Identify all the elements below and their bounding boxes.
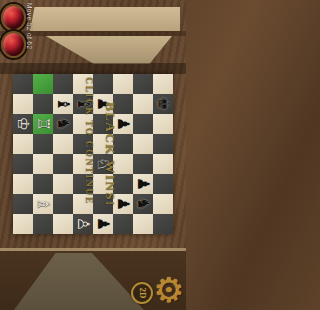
square[interactable] [33,94,53,114]
square[interactable] [133,154,153,174]
square[interactable] [133,94,153,114]
square[interactable] [33,154,53,174]
square[interactable] [13,214,33,234]
gear-icon[interactable]: ⚙ [154,272,184,308]
square[interactable] [53,174,73,194]
square[interactable] [13,194,33,214]
square[interactable]: ♖ [33,114,53,134]
view-2d-label: 2D [137,288,147,299]
square[interactable]: ♙ [73,214,93,234]
square[interactable] [33,174,53,194]
white-pawn: ♙ [73,217,93,231]
square[interactable]: ♟ [93,214,113,234]
overlay-result-label: BLACK WINS! [102,102,118,207]
square[interactable] [13,134,33,154]
square[interactable] [153,154,173,174]
square[interactable] [153,214,173,234]
square[interactable] [53,214,73,234]
square[interactable] [33,74,53,94]
square[interactable] [153,194,173,214]
square[interactable] [33,134,53,154]
square[interactable] [13,174,33,194]
black-pawn: ♟ [133,177,153,191]
square[interactable]: ♞ [53,114,73,134]
square[interactable] [153,114,173,134]
square[interactable]: ♞ [133,194,153,214]
square[interactable] [13,154,33,174]
marquetry-top-panel [30,7,180,31]
square[interactable] [33,214,53,234]
square[interactable] [113,74,133,94]
square[interactable] [53,154,73,174]
square[interactable] [53,74,73,94]
square[interactable] [153,74,173,94]
black-king: ♚ [153,97,173,111]
square[interactable] [53,134,73,154]
square[interactable]: ♟ [133,174,153,194]
square[interactable] [53,194,73,214]
square[interactable] [153,174,173,194]
square[interactable]: ♔ [13,114,33,134]
red-gem-button-1[interactable] [1,4,26,31]
white-king: ♔ [13,117,33,131]
black-knight: ♞ [53,117,73,131]
white-rook: ♖ [33,117,53,131]
marquetry-board-shadow [0,63,186,74]
square[interactable] [13,94,33,114]
square[interactable] [133,74,153,94]
red-gem-button-2[interactable] [1,31,26,58]
move-counter-label: Move 52 of 62 [26,3,33,49]
black-knight: ♞ [133,197,153,211]
square[interactable] [133,134,153,154]
square[interactable]: ♝ [53,94,73,114]
square[interactable] [93,74,113,94]
square[interactable] [113,214,133,234]
square[interactable] [13,74,33,94]
white-bishop: ♗ [33,197,53,211]
black-bishop: ♝ [53,97,73,111]
square[interactable] [153,134,173,154]
square[interactable]: ♗ [33,194,53,214]
square[interactable] [133,214,153,234]
square[interactable]: ♚ [153,94,173,114]
view-2d-button[interactable]: 2D [131,282,153,304]
square[interactable] [133,114,153,134]
black-pawn: ♟ [93,217,113,231]
overlay-continue-label[interactable]: CLICK TO CONTINUE [84,77,94,205]
